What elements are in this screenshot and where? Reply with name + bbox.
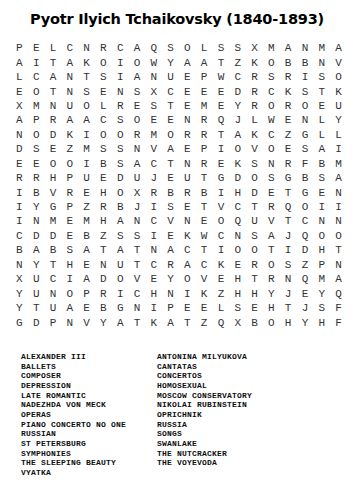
grid-cell: A — [330, 272, 347, 286]
grid-cell: U — [28, 286, 45, 300]
word-list-item: RUSSIAN — [21, 429, 126, 439]
grid-cell: S — [313, 171, 330, 185]
grid-cell: E — [11, 157, 28, 171]
grid-cell: C — [145, 258, 162, 272]
grid-cell: D — [45, 128, 62, 142]
grid-cell: S — [129, 229, 146, 243]
grid-cell: A — [78, 272, 95, 286]
grid-cell: E — [213, 157, 230, 171]
grid-cell: D — [297, 243, 314, 257]
word-list-right-column: ANTONINA MILYUKOVACANTATASCONCERTOSHOMOS… — [157, 352, 252, 468]
word-list-item: COMPOSER — [21, 371, 126, 381]
grid-cell: E — [213, 84, 230, 98]
grid-cell: V — [45, 185, 62, 199]
grid-cell: N — [179, 113, 196, 127]
grid-cell: A — [330, 171, 347, 185]
grid-cell: Q — [330, 286, 347, 300]
grid-cell: D — [45, 229, 62, 243]
grid-cell: H — [229, 286, 246, 300]
word-list-item: THE NUTCRACKER — [157, 449, 252, 459]
grid-cell: T — [45, 84, 62, 98]
word-list-item: BALLETS — [21, 362, 126, 372]
grid-cell: E — [246, 301, 263, 315]
grid-cell: R — [179, 185, 196, 199]
grid-cell: J — [297, 301, 314, 315]
grid-cell: T — [129, 315, 146, 329]
grid-cell: A — [129, 41, 146, 55]
grid-cell: K — [61, 128, 78, 142]
grid-cell: T — [263, 243, 280, 257]
grid-cell: Q — [213, 315, 230, 329]
grid-cell: E — [179, 84, 196, 98]
grid-cell: S — [313, 70, 330, 84]
grid-cell: K — [330, 84, 347, 98]
grid-cell: I — [330, 142, 347, 156]
grid-cell: N — [112, 84, 129, 98]
grid-cell: T — [129, 243, 146, 257]
grid-cell: A — [129, 157, 146, 171]
grid-cell: R — [196, 113, 213, 127]
grid-cell: U — [45, 301, 62, 315]
grid-cell: O — [263, 315, 280, 329]
grid-cell: O — [179, 272, 196, 286]
grid-cell: R — [196, 157, 213, 171]
grid-cell: U — [162, 70, 179, 84]
grid-cell: R — [112, 99, 129, 113]
grid-cell: T — [313, 84, 330, 98]
grid-cell: E — [313, 99, 330, 113]
grid-cell: Y — [11, 286, 28, 300]
grid-cell: G — [45, 200, 62, 214]
grid-cell: Q — [145, 41, 162, 55]
grid-cell: N — [280, 272, 297, 286]
grid-cell: G — [297, 185, 314, 199]
grid-cell: W — [196, 229, 213, 243]
grid-cell: J — [280, 229, 297, 243]
grid-cell: E — [28, 157, 45, 171]
word-list-item: DEPRESSION — [21, 381, 126, 391]
grid-cell: A — [78, 113, 95, 127]
grid-cell: C — [263, 128, 280, 142]
grid-cell: A — [263, 229, 280, 243]
grid-cell: Q — [213, 113, 230, 127]
grid-cell: C — [45, 272, 62, 286]
grid-cell: Z — [196, 315, 213, 329]
grid-cell: T — [246, 272, 263, 286]
grid-cell: M — [263, 41, 280, 55]
grid-cell: K — [246, 55, 263, 69]
grid-cell: Y — [162, 55, 179, 69]
grid-cell: N — [61, 70, 78, 84]
grid-cell: O — [246, 171, 263, 185]
grid-cell: E — [95, 171, 112, 185]
grid-cell: L — [313, 113, 330, 127]
word-list-item: CANTATAS — [157, 362, 252, 372]
grid-cell: S — [229, 41, 246, 55]
grid-cell: Q — [297, 272, 314, 286]
grid-cell: I — [213, 142, 230, 156]
grid-cell: P — [162, 301, 179, 315]
grid-cell: N — [28, 214, 45, 228]
puzzle-title: Pyotr Ilyich Tchaikovsky (1840-1893) — [0, 0, 354, 27]
grid-cell: I — [61, 272, 78, 286]
grid-cell: A — [129, 70, 146, 84]
grid-cell: T — [45, 258, 62, 272]
grid-cell: Z — [213, 286, 230, 300]
grid-cell: T — [162, 99, 179, 113]
grid-cell: B — [28, 185, 45, 199]
grid-cell: E — [297, 286, 314, 300]
grid-cell: C — [229, 200, 246, 214]
grid-cell: K — [246, 128, 263, 142]
grid-cell: W — [145, 55, 162, 69]
grid-cell: J — [280, 286, 297, 300]
grid-cell: V — [145, 142, 162, 156]
grid-cell: E — [162, 113, 179, 127]
grid-cell: T — [129, 258, 146, 272]
grid-cell: N — [313, 55, 330, 69]
grid-cell: T — [280, 185, 297, 199]
grid-cell: A — [229, 128, 246, 142]
grid-cell: O — [129, 55, 146, 69]
grid-cell: H — [95, 214, 112, 228]
grid-cell: C — [145, 214, 162, 228]
grid-cell: O — [330, 229, 347, 243]
grid-cell: D — [11, 142, 28, 156]
grid-cell: E — [280, 113, 297, 127]
grid-cell: L — [330, 128, 347, 142]
grid-cell: R — [11, 171, 28, 185]
word-list-item: PIANO CONCERTO NO ONE — [21, 420, 126, 430]
grid-cell: T — [28, 301, 45, 315]
grid-cell: K — [213, 258, 230, 272]
grid-cell: Z — [297, 258, 314, 272]
grid-cell: V — [263, 214, 280, 228]
grid-cell: E — [162, 229, 179, 243]
grid-cell: H — [313, 315, 330, 329]
grid-cell: O — [162, 128, 179, 142]
grid-cell: S — [246, 229, 263, 243]
grid-cell: L — [11, 70, 28, 84]
grid-cell: S — [78, 84, 95, 98]
word-list-item: OPERAS — [21, 410, 126, 420]
grid-cell: H — [95, 185, 112, 199]
grid-cell: Z — [280, 128, 297, 142]
grid-cell: O — [129, 113, 146, 127]
grid-cell: Z — [78, 200, 95, 214]
grid-cell: V — [213, 200, 230, 214]
grid-cell: A — [61, 301, 78, 315]
grid-cell: U — [78, 171, 95, 185]
grid-cell: C — [129, 286, 146, 300]
grid-cell: T — [213, 128, 230, 142]
grid-cell: P — [28, 113, 45, 127]
grid-cell: N — [179, 214, 196, 228]
grid-cell: E — [179, 301, 196, 315]
grid-cell: I — [78, 128, 95, 142]
grid-cell: B — [95, 157, 112, 171]
grid-cell: N — [11, 258, 28, 272]
grid-cell: I — [280, 243, 297, 257]
word-list-item: SONGS — [157, 429, 252, 439]
grid-cell: P — [313, 258, 330, 272]
grid-cell: A — [196, 55, 213, 69]
grid-cell: A — [162, 315, 179, 329]
grid-cell: V — [129, 272, 146, 286]
grid-cell: O — [61, 157, 78, 171]
grid-cell: A — [179, 55, 196, 69]
grid-cell: I — [11, 214, 28, 228]
grid-cell: V — [162, 214, 179, 228]
grid-cell: H — [229, 272, 246, 286]
grid-cell: M — [78, 214, 95, 228]
grid-cell: E — [196, 214, 213, 228]
grid-cell: O — [246, 243, 263, 257]
grid-cell: U — [179, 171, 196, 185]
grid-cell: D — [229, 84, 246, 98]
grid-cell: E — [95, 84, 112, 98]
word-list-item: RUSSIA — [157, 420, 252, 430]
grid-cell: S — [145, 99, 162, 113]
grid-cell: H — [313, 243, 330, 257]
grid-cell: O — [229, 243, 246, 257]
grid-cell: O — [263, 55, 280, 69]
grid-cell: Y — [28, 258, 45, 272]
grid-cell: B — [11, 243, 28, 257]
grid-cell: I — [145, 301, 162, 315]
grid-cell: B — [45, 243, 62, 257]
grid-cell: P — [78, 286, 95, 300]
grid-cell: E — [78, 258, 95, 272]
grid-cell: I — [11, 185, 28, 199]
grid-cell: M — [78, 142, 95, 156]
grid-cell: G — [112, 301, 129, 315]
grid-cell: I — [313, 200, 330, 214]
grid-cell: J — [129, 200, 146, 214]
grid-cell: B — [280, 55, 297, 69]
grid-cell: A — [162, 243, 179, 257]
grid-cell: C — [145, 157, 162, 171]
grid-cell: W — [263, 113, 280, 127]
grid-cell: M — [28, 99, 45, 113]
grid-cell: C — [196, 258, 213, 272]
grid-cell: H — [280, 315, 297, 329]
grid-cell: D — [28, 315, 45, 329]
grid-cell: T — [196, 171, 213, 185]
grid-cell: L — [196, 41, 213, 55]
grid-cell: E — [61, 214, 78, 228]
grid-cell: R — [145, 185, 162, 199]
grid-cell: L — [45, 41, 62, 55]
grid-cell: R — [246, 70, 263, 84]
word-list-item: LATE ROMANTIC — [21, 391, 126, 401]
grid-cell: P — [196, 70, 213, 84]
word-list-item: SWANLAKE — [157, 439, 252, 449]
word-list-item: THE VOYEVODA — [157, 458, 252, 468]
grid-cell: N — [229, 229, 246, 243]
grid-cell: O — [112, 128, 129, 142]
grid-cell: O — [179, 41, 196, 55]
grid-cell: T — [196, 200, 213, 214]
grid-cell: F — [297, 157, 314, 171]
grid-cell: R — [246, 84, 263, 98]
grid-cell: S — [162, 41, 179, 55]
grid-cell: N — [61, 315, 78, 329]
grid-cell: E — [229, 258, 246, 272]
grid-cell: H — [45, 171, 62, 185]
grid-cell: T — [280, 214, 297, 228]
grid-cell: P — [61, 200, 78, 214]
grid-cell: N — [145, 70, 162, 84]
grid-cell: S — [297, 84, 314, 98]
grid-cell: F — [330, 301, 347, 315]
grid-cell: Y — [313, 286, 330, 300]
grid-cell: N — [11, 128, 28, 142]
grid-cell: R — [95, 286, 112, 300]
grid-cell: P — [61, 171, 78, 185]
word-list-item: THE SLEEPING BEAUTY — [21, 458, 126, 468]
grid-cell: D — [112, 171, 129, 185]
grid-cell: T — [162, 157, 179, 171]
grid-cell: J — [229, 113, 246, 127]
grid-cell: E — [145, 272, 162, 286]
grid-cell: R — [263, 200, 280, 214]
word-list-item: NIKOLAI RUBINSTEIN — [157, 400, 252, 410]
grid-cell: X — [145, 84, 162, 98]
grid-cell: I — [112, 70, 129, 84]
grid-cell: B — [246, 315, 263, 329]
grid-cell: O — [95, 55, 112, 69]
grid-cell: O — [263, 258, 280, 272]
word-list-item: ALEXANDER III — [21, 352, 126, 362]
grid-cell: Q — [297, 229, 314, 243]
grid-cell: A — [28, 243, 45, 257]
grid-cell: E — [179, 99, 196, 113]
grid-cell: C — [263, 84, 280, 98]
grid-cell: P — [11, 41, 28, 55]
grid-cell: S — [95, 70, 112, 84]
grid-cell: C — [112, 41, 129, 55]
grid-cell: R — [61, 185, 78, 199]
grid-cell: E — [313, 185, 330, 199]
grid-cell: S — [280, 258, 297, 272]
grid-cell: N — [129, 214, 146, 228]
grid-cell: K — [78, 55, 95, 69]
grid-cell: T — [95, 243, 112, 257]
grid-cell: O — [263, 142, 280, 156]
grid-cell: E — [179, 200, 196, 214]
grid-cell: N — [297, 113, 314, 127]
grid-cell: U — [129, 171, 146, 185]
grid-cell: N — [45, 99, 62, 113]
grid-cell: I — [11, 200, 28, 214]
grid-cell: E — [263, 185, 280, 199]
grid-cell: N — [61, 84, 78, 98]
grid-cell: S — [246, 157, 263, 171]
grid-cell: R — [179, 128, 196, 142]
grid-cell: Z — [95, 229, 112, 243]
grid-cell: D — [229, 171, 246, 185]
grid-cell: Z — [229, 55, 246, 69]
grid-cell: A — [179, 258, 196, 272]
grid-cell: M — [330, 157, 347, 171]
grid-cell: R — [95, 41, 112, 55]
word-list-item: HOMOSEXUAL — [157, 381, 252, 391]
grid-cell: K — [179, 229, 196, 243]
word-list: ALEXANDER IIIBALLETSCOMPOSERDEPRESSIONLA… — [0, 352, 354, 492]
grid-cell: A — [45, 70, 62, 84]
grid-cell: O — [78, 99, 95, 113]
grid-cell: K — [229, 157, 246, 171]
grid-cell: I — [112, 55, 129, 69]
grid-cell: T — [179, 315, 196, 329]
grid-cell: A — [112, 243, 129, 257]
grid-cell: O — [112, 272, 129, 286]
grid-cell: U — [112, 258, 129, 272]
grid-cell: Y — [297, 315, 314, 329]
grid-cell: E — [11, 84, 28, 98]
worksheet-page: Pyotr Ilyich Tchaikovsky (1840-1893) PEL… — [0, 0, 354, 500]
grid-cell: O — [61, 286, 78, 300]
grid-cell: L — [246, 113, 263, 127]
grid-cell: V — [246, 142, 263, 156]
grid-cell: X — [129, 185, 146, 199]
grid-cell: E — [145, 113, 162, 127]
word-list-item: VYATKA — [21, 468, 126, 478]
grid-cell: U — [246, 214, 263, 228]
grid-cell: S — [112, 113, 129, 127]
grid-cell: K — [145, 315, 162, 329]
grid-cell: A — [112, 315, 129, 329]
word-list-item: OPRICHNIK — [157, 410, 252, 420]
grid-cell: R — [45, 113, 62, 127]
grid-cell: R — [280, 99, 297, 113]
grid-cell: O — [112, 185, 129, 199]
grid-cell: M — [313, 41, 330, 55]
grid-cell: Z — [61, 142, 78, 156]
grid-cell: E — [196, 84, 213, 98]
grid-cell: U — [28, 272, 45, 286]
grid-cell: N — [313, 214, 330, 228]
grid-cell: E — [129, 99, 146, 113]
grid-cell: R — [28, 171, 45, 185]
grid-cell: M — [313, 272, 330, 286]
grid-cell: C — [61, 41, 78, 55]
grid-cell: L — [213, 301, 230, 315]
grid-cell: N — [78, 41, 95, 55]
grid-cell: I — [145, 200, 162, 214]
grid-cell: P — [196, 142, 213, 156]
grid-cell: R — [246, 258, 263, 272]
grid-cell: I — [78, 157, 95, 171]
grid-cell: I — [330, 200, 347, 214]
word-list-item: ST PETERSBURG — [21, 439, 126, 449]
grid-cell: N — [263, 157, 280, 171]
grid-cell: O — [297, 99, 314, 113]
grid-cell: C — [229, 70, 246, 84]
grid-cell: B — [95, 301, 112, 315]
grid-cell: H — [61, 258, 78, 272]
grid-cell: N — [129, 301, 146, 315]
grid-cell: T — [280, 301, 297, 315]
grid-cell: N — [129, 142, 146, 156]
grid-cell: Q — [280, 200, 297, 214]
grid-cell: D — [28, 229, 45, 243]
grid-cell: N — [330, 258, 347, 272]
grid-cell: L — [313, 128, 330, 142]
grid-cell: I — [179, 286, 196, 300]
grid-cell: C — [179, 243, 196, 257]
